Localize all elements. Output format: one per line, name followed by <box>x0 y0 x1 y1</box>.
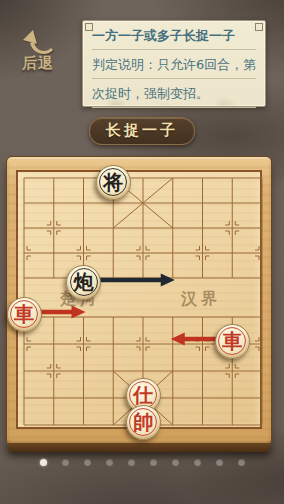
panel-corner-ornament <box>85 23 93 31</box>
page-dot-7[interactable] <box>172 459 179 466</box>
back-label: 后退 <box>12 54 64 73</box>
piece-glyph: 炮 <box>74 272 94 292</box>
pagination-dots <box>0 459 284 466</box>
page-dot-1[interactable] <box>40 459 47 466</box>
back-arrow-icon <box>20 26 58 56</box>
rule-title: 一方一子或多子长捉一子 <box>92 21 256 50</box>
page-dot-10[interactable] <box>238 459 245 466</box>
rule-line-2: 判定说明：只允许6回合，第7 <box>92 50 256 79</box>
rule-line-3: 次捉时，强制变招。 <box>92 79 256 108</box>
piece-glyph: 仕 <box>133 385 153 405</box>
red-piece-車[interactable]: 車 <box>7 297 42 332</box>
back-button[interactable]: 后退 <box>12 26 64 78</box>
piece-glyph: 将 <box>103 172 123 192</box>
page-dot-5[interactable] <box>128 459 135 466</box>
black-piece-炮[interactable]: 炮 <box>66 265 101 300</box>
red-piece-車[interactable]: 車 <box>215 324 250 359</box>
page-dot-9[interactable] <box>216 459 223 466</box>
page-dot-8[interactable] <box>194 459 201 466</box>
panel-corner-ornament <box>255 23 263 31</box>
black-piece-将[interactable]: 将 <box>96 165 131 200</box>
page-dot-2[interactable] <box>62 459 69 466</box>
page-dot-4[interactable] <box>106 459 113 466</box>
rule-panel: 一方一子或多子长捉一子 判定说明：只允许6回合，第7 次捉时，强制变招。 <box>82 20 266 107</box>
piece-glyph: 帥 <box>133 412 153 432</box>
screen: 后退 一方一子或多子长捉一子 判定说明：只允许6回合，第7 次捉时，强制变招。 … <box>0 0 284 504</box>
piece-glyph: 車 <box>14 304 34 324</box>
river-label-right: 汉界 <box>181 289 221 310</box>
red-piece-帥[interactable]: 帥 <box>126 405 161 440</box>
page-dot-6[interactable] <box>150 459 157 466</box>
section-badge: 长捉一子 <box>89 117 195 145</box>
page-dot-3[interactable] <box>84 459 91 466</box>
piece-glyph: 車 <box>222 331 242 351</box>
